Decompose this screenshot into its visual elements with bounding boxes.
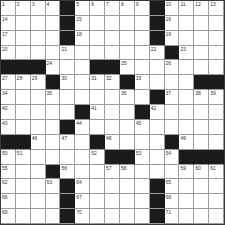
cell-r7c10[interactable]	[135, 90, 150, 105]
black-cell-r4c12	[165, 46, 180, 61]
cell-r13c4[interactable]: 63	[46, 179, 61, 194]
cell-r11c5[interactable]	[60, 150, 75, 165]
cell-r8c2[interactable]	[16, 105, 31, 120]
cell-r4c14[interactable]	[194, 46, 209, 61]
clue-number-10: 10	[166, 1, 172, 7]
cell-r11c1[interactable]: 50	[1, 150, 16, 165]
clue-number-13: 13	[210, 1, 216, 7]
clue-number-56: 56	[61, 165, 67, 171]
black-cell-r10c2	[16, 135, 31, 150]
cell-r9c15[interactable]	[209, 120, 224, 135]
cell-r12c2[interactable]	[16, 165, 31, 180]
cell-r15c2[interactable]	[16, 209, 31, 224]
cell-r14c13[interactable]	[179, 194, 194, 209]
clue-number-38: 38	[195, 90, 201, 96]
cell-r10c9[interactable]	[120, 135, 135, 150]
cell-r7c13[interactable]	[179, 90, 194, 105]
clue-number-29: 29	[32, 75, 38, 81]
cell-r4c5[interactable]: 21	[60, 46, 75, 61]
black-cell-r5c7	[90, 60, 105, 75]
cell-r12c14[interactable]: 60	[194, 165, 209, 180]
clue-number-70: 70	[76, 209, 82, 215]
cell-r2c8[interactable]	[105, 16, 120, 31]
clue-number-54: 54	[166, 150, 172, 156]
clue-number-26: 26	[166, 60, 172, 66]
black-cell-r8c10	[135, 105, 150, 120]
cell-r13c14[interactable]	[194, 179, 209, 194]
cell-r4c15[interactable]	[209, 46, 224, 61]
clue-number-49: 49	[180, 135, 186, 141]
cell-r7c12[interactable]: 37	[165, 90, 180, 105]
clue-number-20: 20	[2, 46, 8, 52]
cell-r5c10[interactable]	[135, 60, 150, 75]
clue-number-32: 32	[106, 75, 112, 81]
cell-r10c14[interactable]	[194, 135, 209, 150]
cell-r12c3[interactable]	[31, 165, 46, 180]
clue-number-68: 68	[166, 194, 172, 200]
clue-number-33: 33	[136, 75, 142, 81]
cell-r15c9[interactable]	[120, 209, 135, 224]
cell-r1c7[interactable]: 6	[90, 1, 105, 16]
cell-r13c13[interactable]	[179, 179, 194, 194]
cell-r1c14[interactable]: 12	[194, 1, 209, 16]
cell-r7c4[interactable]: 35	[46, 90, 61, 105]
cell-r5c5[interactable]	[60, 60, 75, 75]
clue-number-57: 57	[106, 165, 112, 171]
cell-r13c2[interactable]	[16, 179, 31, 194]
black-cell-r5c8	[105, 60, 120, 75]
cell-r9c11[interactable]	[150, 120, 165, 135]
cell-r9c10[interactable]: 45	[135, 120, 150, 135]
cell-r9c6[interactable]: 44	[75, 120, 90, 135]
cell-r3c12[interactable]: 19	[165, 31, 180, 46]
cell-r8c1[interactable]: 40	[1, 105, 16, 120]
black-cell-r11c14	[194, 150, 209, 165]
black-cell-r6c14	[194, 75, 209, 90]
clue-number-39: 39	[210, 90, 216, 96]
cell-r15c8[interactable]	[105, 209, 120, 224]
black-cell-r11c8	[105, 150, 120, 165]
cell-r2c3[interactable]	[31, 16, 46, 31]
cell-r13c15[interactable]	[209, 179, 224, 194]
cell-r12c8[interactable]: 57	[105, 165, 120, 180]
cell-r2c1[interactable]: 14	[1, 16, 16, 31]
cell-r1c6[interactable]: 5	[75, 1, 90, 16]
clue-number-61: 61	[210, 165, 216, 171]
cell-r10c4[interactable]	[46, 135, 61, 150]
cell-r12c10[interactable]	[135, 165, 150, 180]
cell-r2c4[interactable]	[46, 16, 61, 31]
cell-r7c8[interactable]	[105, 90, 120, 105]
cell-r14c8[interactable]	[105, 194, 120, 209]
cell-r1c1[interactable]: 1	[1, 1, 16, 16]
cell-r14c7[interactable]	[90, 194, 105, 209]
cell-r7c5[interactable]	[60, 90, 75, 105]
cell-r3c8[interactable]	[105, 31, 120, 46]
cell-r1c3[interactable]: 3	[31, 1, 46, 16]
cell-r6c11[interactable]	[150, 75, 165, 90]
black-cell-r10c7	[90, 135, 105, 150]
cell-r10c8[interactable]: 48	[105, 135, 120, 150]
cell-r10c10[interactable]	[135, 135, 150, 150]
cell-r2c2[interactable]	[16, 16, 31, 31]
cell-r9c14[interactable]	[194, 120, 209, 135]
cell-r2c6[interactable]: 15	[75, 16, 90, 31]
clue-number-34: 34	[2, 90, 8, 96]
cell-r7c14[interactable]: 38	[194, 90, 209, 105]
cell-r7c15[interactable]: 39	[209, 90, 224, 105]
cell-r9c7[interactable]	[90, 120, 105, 135]
black-cell-r2c11	[150, 16, 165, 31]
clue-number-24: 24	[47, 60, 53, 66]
cell-r3c9[interactable]	[120, 31, 135, 46]
clue-number-15: 15	[76, 16, 82, 22]
cell-r14c14[interactable]	[194, 194, 209, 209]
clue-number-28: 28	[17, 75, 23, 81]
cell-r8c9[interactable]	[120, 105, 135, 120]
cell-r2c10[interactable]	[135, 16, 150, 31]
black-cell-r11c13	[179, 150, 194, 165]
cell-r8c14[interactable]	[194, 105, 209, 120]
cell-r14c10[interactable]	[135, 194, 150, 209]
cell-r11c4[interactable]	[46, 150, 61, 165]
clue-number-8: 8	[121, 1, 124, 7]
black-cell-r13c11	[150, 179, 165, 194]
clue-number-63: 63	[47, 179, 53, 185]
cell-r12c7[interactable]	[90, 165, 105, 180]
cell-r5c6[interactable]	[75, 60, 90, 75]
cell-r5c12[interactable]: 26	[165, 60, 180, 75]
clue-number-27: 27	[2, 75, 8, 81]
cell-r3c7[interactable]	[90, 31, 105, 46]
black-cell-r10c1	[1, 135, 16, 150]
black-cell-r14c11	[150, 194, 165, 209]
cell-r11c3[interactable]	[31, 150, 46, 165]
black-cell-r3c11	[150, 31, 165, 46]
cell-r14c6[interactable]: 67	[75, 194, 90, 209]
cell-r5c11[interactable]	[150, 60, 165, 75]
clue-number-6: 6	[91, 1, 94, 7]
cell-r1c8[interactable]: 7	[105, 1, 120, 16]
cell-r3c10[interactable]	[135, 31, 150, 46]
cell-r10c13[interactable]: 49	[179, 135, 194, 150]
black-cell-r15c11	[150, 209, 165, 224]
black-cell-r15c5	[60, 209, 75, 224]
black-cell-r6c9	[120, 75, 135, 90]
cell-r2c15[interactable]	[209, 16, 224, 31]
cell-r11c11[interactable]	[150, 150, 165, 165]
cell-r9c9[interactable]	[120, 120, 135, 135]
cell-r3c4[interactable]	[46, 31, 61, 46]
clue-number-11: 11	[180, 1, 185, 7]
cell-r8c7[interactable]: 41	[90, 105, 105, 120]
cell-r8c12[interactable]	[165, 105, 180, 120]
cell-r1c2[interactable]: 2	[16, 1, 31, 16]
cell-r11c10[interactable]: 53	[135, 150, 150, 165]
clue-number-35: 35	[47, 90, 53, 96]
black-cell-r9c5	[60, 120, 75, 135]
cell-r12c5[interactable]: 56	[60, 165, 75, 180]
cell-r6c13[interactable]	[179, 75, 194, 90]
black-cell-r2c5	[60, 16, 75, 31]
cell-r2c14[interactable]	[194, 16, 209, 31]
cell-r12c1[interactable]: 55	[1, 165, 16, 180]
cell-r5c15[interactable]	[209, 60, 224, 75]
cell-r8c13[interactable]	[179, 105, 194, 120]
clue-number-31: 31	[91, 75, 97, 81]
cell-r4c8[interactable]	[105, 46, 120, 61]
cell-r6c1[interactable]: 27	[1, 75, 16, 90]
cell-r7c6[interactable]	[75, 90, 90, 105]
clue-number-66: 66	[2, 194, 8, 200]
cell-r10c11[interactable]	[150, 135, 165, 150]
clue-number-36: 36	[121, 90, 127, 96]
clue-number-25: 25	[121, 60, 127, 66]
cell-r5c4[interactable]: 24	[46, 60, 61, 75]
cell-r6c7[interactable]: 31	[90, 75, 105, 90]
black-cell-r3c5	[60, 31, 75, 46]
cell-r6c3[interactable]: 29	[31, 75, 46, 90]
black-cell-r11c15	[209, 150, 224, 165]
black-cell-r1c11	[150, 1, 165, 16]
cell-r12c13[interactable]: 59	[179, 165, 194, 180]
cell-r15c3[interactable]	[31, 209, 46, 224]
cell-r15c1[interactable]: 69	[1, 209, 16, 224]
cell-r7c3[interactable]	[31, 90, 46, 105]
cell-r4c2[interactable]	[16, 46, 31, 61]
cell-r6c6[interactable]	[75, 75, 90, 90]
clue-number-44: 44	[76, 120, 82, 126]
clue-number-30: 30	[61, 75, 67, 81]
cell-r3c6[interactable]: 18	[75, 31, 90, 46]
clue-number-5: 5	[76, 1, 79, 7]
clue-number-22: 22	[151, 46, 157, 52]
cell-r4c10[interactable]	[135, 46, 150, 61]
cell-r8c11[interactable]: 42	[150, 105, 165, 120]
clue-number-42: 42	[151, 105, 157, 111]
clue-number-60: 60	[195, 165, 201, 171]
black-cell-r5c3	[31, 60, 46, 75]
cell-r3c13[interactable]	[179, 31, 194, 46]
cell-r13c10[interactable]	[135, 179, 150, 194]
cell-r15c12[interactable]: 71	[165, 209, 180, 224]
cell-r5c9[interactable]: 25	[120, 60, 135, 75]
cell-r15c13[interactable]	[179, 209, 194, 224]
cell-r9c2[interactable]	[16, 120, 31, 135]
cell-r11c2[interactable]: 51	[16, 150, 31, 165]
cell-r10c5[interactable]: 47	[60, 135, 75, 150]
clue-number-53: 53	[136, 150, 142, 156]
cell-r3c3[interactable]	[31, 31, 46, 46]
cell-r1c15[interactable]: 13	[209, 1, 224, 16]
cell-r12c6[interactable]	[75, 165, 90, 180]
cell-r14c1[interactable]: 66	[1, 194, 16, 209]
cell-r5c13[interactable]	[179, 60, 194, 75]
cell-r5c14[interactable]	[194, 60, 209, 75]
cell-r15c6[interactable]: 70	[75, 209, 90, 224]
clue-number-64: 64	[76, 179, 82, 185]
cell-r4c7[interactable]	[90, 46, 105, 61]
cell-r7c2[interactable]	[16, 90, 31, 105]
black-cell-r13c5	[60, 179, 75, 194]
cell-r11c12[interactable]: 54	[165, 150, 180, 165]
clue-number-45: 45	[136, 120, 142, 126]
cell-r1c13[interactable]: 11	[179, 1, 194, 16]
cell-r4c13[interactable]: 23	[179, 46, 194, 61]
cell-r2c12[interactable]: 16	[165, 16, 180, 31]
cell-r3c2[interactable]	[16, 31, 31, 46]
black-cell-r14c5	[60, 194, 75, 209]
clue-number-69: 69	[2, 209, 8, 215]
clue-number-59: 59	[180, 165, 186, 171]
cell-r4c9[interactable]	[120, 46, 135, 61]
cell-r4c6[interactable]	[75, 46, 90, 61]
clue-number-23: 23	[180, 46, 186, 52]
clue-number-9: 9	[136, 1, 139, 7]
cell-r11c7[interactable]: 52	[90, 150, 105, 165]
cell-r8c15[interactable]	[209, 105, 224, 120]
cell-r1c4[interactable]: 4	[46, 1, 61, 16]
clue-number-67: 67	[76, 194, 82, 200]
black-cell-r5c1	[1, 60, 16, 75]
cell-r15c7[interactable]	[90, 209, 105, 224]
clue-number-3: 3	[32, 1, 35, 7]
cell-r14c12[interactable]: 68	[165, 194, 180, 209]
cell-r8c4[interactable]	[46, 105, 61, 120]
cell-r9c4[interactable]	[46, 120, 61, 135]
cell-r14c4[interactable]	[46, 194, 61, 209]
black-cell-r7c11	[150, 90, 165, 105]
clue-number-37: 37	[166, 90, 172, 96]
cell-r8c8[interactable]	[105, 105, 120, 120]
black-cell-r12c4	[46, 165, 61, 180]
cell-r14c2[interactable]	[16, 194, 31, 209]
black-cell-r11c9	[120, 150, 135, 165]
cell-r9c12[interactable]	[165, 120, 180, 135]
cell-r6c5[interactable]: 30	[60, 75, 75, 90]
cell-r9c13[interactable]	[179, 120, 194, 135]
cell-r6c8[interactable]: 32	[105, 75, 120, 90]
clue-number-43: 43	[2, 120, 8, 126]
cell-r8c3[interactable]	[31, 105, 46, 120]
clue-number-19: 19	[166, 31, 172, 37]
clue-number-50: 50	[2, 150, 8, 156]
cell-r9c1[interactable]: 43	[1, 120, 16, 135]
cell-r3c15[interactable]	[209, 31, 224, 46]
clue-number-62: 62	[2, 179, 8, 185]
clue-number-65: 65	[166, 179, 172, 185]
cell-r14c3[interactable]	[31, 194, 46, 209]
clue-number-46: 46	[32, 135, 38, 141]
cell-r7c9[interactable]: 36	[120, 90, 135, 105]
cell-r1c9[interactable]: 8	[120, 1, 135, 16]
cell-r13c9[interactable]	[120, 179, 135, 194]
cell-r3c1[interactable]: 17	[1, 31, 16, 46]
clue-number-58: 58	[121, 165, 127, 171]
cell-r2c9[interactable]	[120, 16, 135, 31]
clue-number-55: 55	[2, 165, 8, 171]
clue-number-41: 41	[91, 105, 97, 111]
clue-number-16: 16	[166, 16, 172, 22]
clue-number-12: 12	[195, 1, 201, 7]
cell-r13c12[interactable]: 65	[165, 179, 180, 194]
clue-number-17: 17	[2, 31, 8, 37]
clue-number-2: 2	[17, 1, 20, 7]
clue-number-51: 51	[17, 150, 23, 156]
cell-r9c8[interactable]	[105, 120, 120, 135]
cell-r13c8[interactable]	[105, 179, 120, 194]
cell-r15c15[interactable]	[209, 209, 224, 224]
cell-r14c15[interactable]	[209, 194, 224, 209]
cell-r4c4[interactable]	[46, 46, 61, 61]
black-cell-r6c4	[46, 75, 61, 90]
cell-r1c12[interactable]: 10	[165, 1, 180, 16]
cell-r3c14[interactable]	[194, 31, 209, 46]
cell-r14c9[interactable]	[120, 194, 135, 209]
cell-r6c10[interactable]: 33	[135, 75, 150, 90]
cell-r13c6[interactable]: 64	[75, 179, 90, 194]
clue-number-18: 18	[76, 31, 82, 37]
cell-r8c5[interactable]	[60, 105, 75, 120]
clue-number-14: 14	[2, 16, 8, 22]
black-cell-r10c12	[165, 135, 180, 150]
cell-r6c12[interactable]	[165, 75, 180, 90]
cell-r13c7[interactable]	[90, 179, 105, 194]
cell-r15c4[interactable]	[46, 209, 61, 224]
clue-number-52: 52	[91, 150, 97, 156]
cell-r15c10[interactable]	[135, 209, 150, 224]
cell-r2c13[interactable]	[179, 16, 194, 31]
cell-r10c6[interactable]	[75, 135, 90, 150]
black-cell-r8c6	[75, 105, 90, 120]
clue-number-21: 21	[61, 46, 67, 52]
cell-r12c11[interactable]	[150, 165, 165, 180]
cell-r12c12[interactable]	[165, 165, 180, 180]
cell-r11c6[interactable]	[75, 150, 90, 165]
cell-r7c7[interactable]	[90, 90, 105, 105]
cell-r10c3[interactable]: 46	[31, 135, 46, 150]
clue-number-1: 1	[2, 1, 5, 7]
clue-number-48: 48	[106, 135, 112, 141]
cell-r12c15[interactable]: 61	[209, 165, 224, 180]
cell-r13c3[interactable]	[31, 179, 46, 194]
cell-r2c7[interactable]	[90, 16, 105, 31]
cell-r7c1[interactable]: 34	[1, 90, 16, 105]
cell-r4c1[interactable]: 20	[1, 46, 16, 61]
black-cell-r5c2	[16, 60, 31, 75]
clue-number-7: 7	[106, 1, 109, 7]
black-cell-r6c15	[209, 75, 224, 90]
clue-number-4: 4	[47, 1, 50, 7]
cell-r6c2[interactable]: 28	[16, 75, 31, 90]
cell-r10c15[interactable]	[209, 135, 224, 150]
cell-r15c14[interactable]	[194, 209, 209, 224]
cell-r13c1[interactable]: 62	[1, 179, 16, 194]
cell-r9c3[interactable]	[31, 120, 46, 135]
crossword-grid: 1234567891011121314151617181920212223242…	[0, 0, 225, 225]
cell-r1c10[interactable]: 9	[135, 1, 150, 16]
cell-r4c3[interactable]	[31, 46, 46, 61]
black-cell-r1c5	[60, 1, 75, 16]
cell-r4c11[interactable]: 22	[150, 46, 165, 61]
cell-r12c9[interactable]: 58	[120, 165, 135, 180]
clue-number-71: 71	[166, 209, 172, 215]
clue-number-47: 47	[61, 135, 67, 141]
clue-number-40: 40	[2, 105, 8, 111]
